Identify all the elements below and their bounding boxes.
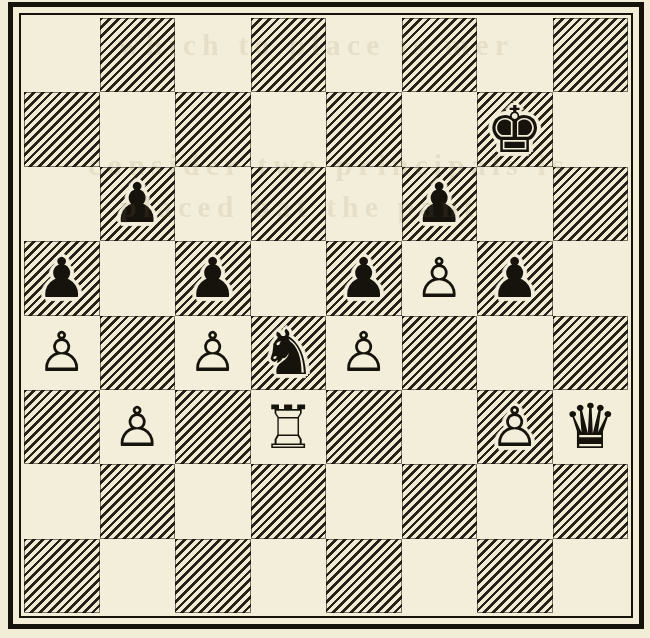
white-pawn-c4: ♟♙ bbox=[188, 325, 237, 380]
square-d1 bbox=[251, 539, 327, 613]
square-a5: ♟ bbox=[24, 241, 100, 315]
black-knight-d4: ♞ bbox=[260, 322, 316, 384]
chess-board-inner-frame: ♚♟♟♟♟♟♟♙♟♟♙♟♙♞♟♙♟♙♜♖♟♙♛ bbox=[19, 13, 633, 618]
piece-glyph: ♟ bbox=[113, 176, 162, 231]
square-f4 bbox=[402, 316, 478, 390]
square-g2 bbox=[477, 464, 553, 538]
square-f7 bbox=[402, 92, 478, 166]
square-a6 bbox=[24, 167, 100, 241]
square-g8 bbox=[477, 18, 553, 92]
square-g6 bbox=[477, 167, 553, 241]
piece-glyph: ♙ bbox=[188, 325, 237, 380]
square-c2 bbox=[175, 464, 251, 538]
piece-glyph: ♟ bbox=[339, 251, 388, 306]
square-e2 bbox=[326, 464, 402, 538]
piece-glyph: ♟ bbox=[37, 251, 86, 306]
square-c8 bbox=[175, 18, 251, 92]
square-e6 bbox=[326, 167, 402, 241]
square-b4 bbox=[100, 316, 176, 390]
black-pawn-b6: ♟ bbox=[113, 176, 162, 231]
square-e8 bbox=[326, 18, 402, 92]
square-h7 bbox=[553, 92, 629, 166]
square-d3: ♜♖ bbox=[251, 390, 327, 464]
square-e5: ♟ bbox=[326, 241, 402, 315]
square-c4: ♟♙ bbox=[175, 316, 251, 390]
square-f1 bbox=[402, 539, 478, 613]
square-g1 bbox=[477, 539, 553, 613]
square-h2 bbox=[553, 464, 629, 538]
piece-glyph: ♙ bbox=[415, 251, 464, 306]
square-c6 bbox=[175, 167, 251, 241]
square-d4: ♞ bbox=[251, 316, 327, 390]
piece-glyph: ♙ bbox=[113, 400, 162, 455]
square-d8 bbox=[251, 18, 327, 92]
piece-glyph: ♛ bbox=[562, 396, 618, 458]
square-h1 bbox=[553, 539, 629, 613]
square-h8 bbox=[553, 18, 629, 92]
square-d6 bbox=[251, 167, 327, 241]
square-d2 bbox=[251, 464, 327, 538]
square-a8 bbox=[24, 18, 100, 92]
square-e3 bbox=[326, 390, 402, 464]
black-pawn-e5: ♟ bbox=[339, 251, 388, 306]
square-b6: ♟ bbox=[100, 167, 176, 241]
piece-glyph: ♚ bbox=[486, 98, 543, 162]
square-c5: ♟ bbox=[175, 241, 251, 315]
white-pawn-f5: ♟♙ bbox=[415, 251, 464, 306]
square-a1 bbox=[24, 539, 100, 613]
square-g4 bbox=[477, 316, 553, 390]
black-queen-h3: ♛ bbox=[562, 396, 618, 458]
piece-glyph: ♟ bbox=[415, 176, 464, 231]
square-b2 bbox=[100, 464, 176, 538]
piece-glyph: ♙ bbox=[339, 325, 388, 380]
white-pawn-a4: ♟♙ bbox=[37, 325, 86, 380]
page-background: which to place is mer consider two princ… bbox=[0, 0, 650, 638]
square-a2 bbox=[24, 464, 100, 538]
square-e1 bbox=[326, 539, 402, 613]
square-d7 bbox=[251, 92, 327, 166]
piece-glyph: ♞ bbox=[260, 322, 316, 384]
black-pawn-c5: ♟ bbox=[188, 251, 237, 306]
white-pawn-b3: ♟♙ bbox=[113, 400, 162, 455]
piece-glyph: ♙ bbox=[490, 400, 539, 455]
square-c3 bbox=[175, 390, 251, 464]
square-c1 bbox=[175, 539, 251, 613]
black-king-g7: ♚ bbox=[486, 98, 543, 162]
piece-glyph: ♙ bbox=[37, 325, 86, 380]
piece-glyph: ♟ bbox=[490, 251, 539, 306]
square-f8 bbox=[402, 18, 478, 92]
square-f2 bbox=[402, 464, 478, 538]
square-b8 bbox=[100, 18, 176, 92]
square-b1 bbox=[100, 539, 176, 613]
black-pawn-a5: ♟ bbox=[37, 251, 86, 306]
square-a4: ♟♙ bbox=[24, 316, 100, 390]
square-g5: ♟ bbox=[477, 241, 553, 315]
white-rook-d3: ♜♖ bbox=[261, 397, 315, 457]
square-g3: ♟♙ bbox=[477, 390, 553, 464]
square-b3: ♟♙ bbox=[100, 390, 176, 464]
black-pawn-g5: ♟ bbox=[490, 251, 539, 306]
square-a7 bbox=[24, 92, 100, 166]
square-h3: ♛ bbox=[553, 390, 629, 464]
square-d5 bbox=[251, 241, 327, 315]
chess-board: ♚♟♟♟♟♟♟♙♟♟♙♟♙♞♟♙♟♙♜♖♟♙♛ bbox=[24, 18, 628, 613]
piece-glyph: ♟ bbox=[188, 251, 237, 306]
square-b7 bbox=[100, 92, 176, 166]
square-b5 bbox=[100, 241, 176, 315]
square-h4 bbox=[553, 316, 629, 390]
square-f6: ♟ bbox=[402, 167, 478, 241]
square-a3 bbox=[24, 390, 100, 464]
chess-board-frame: ♚♟♟♟♟♟♟♙♟♟♙♟♙♞♟♙♟♙♜♖♟♙♛ bbox=[8, 2, 644, 629]
square-e4: ♟♙ bbox=[326, 316, 402, 390]
white-pawn-g3: ♟♙ bbox=[490, 400, 539, 455]
square-c7 bbox=[175, 92, 251, 166]
square-h6 bbox=[553, 167, 629, 241]
square-h5 bbox=[553, 241, 629, 315]
black-pawn-f6: ♟ bbox=[415, 176, 464, 231]
square-g7: ♚ bbox=[477, 92, 553, 166]
white-pawn-e4: ♟♙ bbox=[339, 325, 388, 380]
square-f5: ♟♙ bbox=[402, 241, 478, 315]
square-f3 bbox=[402, 390, 478, 464]
square-e7 bbox=[326, 92, 402, 166]
piece-glyph: ♖ bbox=[261, 397, 315, 457]
